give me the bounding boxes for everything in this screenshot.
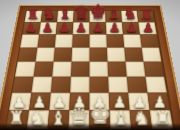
piece-red-pawn[interactable]: ♟ <box>90 21 107 34</box>
square-g5[interactable] <box>124 48 143 62</box>
piece-white-rook[interactable]: ♜ <box>152 110 173 129</box>
square-a6[interactable] <box>20 35 39 48</box>
piece-red-pawn[interactable]: ♟ <box>140 21 157 34</box>
square-d5[interactable] <box>72 48 90 62</box>
square-h5[interactable] <box>142 48 162 62</box>
square-g6[interactable] <box>123 35 141 48</box>
piece-red-pawn[interactable]: ♟ <box>22 21 39 34</box>
square-d6[interactable] <box>72 35 89 48</box>
square-h7[interactable]: ♟ <box>138 23 156 35</box>
piece-white-king[interactable]: ♚ <box>89 104 110 128</box>
square-c7[interactable]: ♟ <box>56 23 73 35</box>
square-f7[interactable]: ♟ <box>106 23 123 35</box>
square-b3[interactable] <box>31 77 52 93</box>
square-h6[interactable] <box>140 35 159 48</box>
square-c3[interactable] <box>51 77 71 93</box>
square-a7[interactable]: ♟ <box>22 23 40 35</box>
square-b1[interactable]: ♞ <box>27 111 50 130</box>
square-d7[interactable]: ♟ <box>73 23 90 35</box>
square-b4[interactable] <box>34 62 54 77</box>
piece-white-bishop[interactable]: ♝ <box>48 109 69 129</box>
square-e7[interactable]: ♟ <box>90 23 107 35</box>
piece-red-pawn[interactable]: ♟ <box>106 21 123 34</box>
square-a1[interactable]: ♜ <box>6 111 29 130</box>
square-b7[interactable]: ♟ <box>39 23 57 35</box>
square-f4[interactable] <box>107 62 126 77</box>
square-f6[interactable] <box>106 35 124 48</box>
square-c6[interactable] <box>55 35 73 48</box>
piece-white-knight[interactable]: ♞ <box>131 109 152 129</box>
chess-board: ♜♞♝♛♚♝♞♜♟♟♟♟♟♟♟♟♟♟♟♟♟♟♟♟♜♞♝♛♚♝♞♜ <box>4 10 175 130</box>
square-d1[interactable]: ♛ <box>68 111 89 130</box>
square-e5[interactable] <box>90 48 108 62</box>
square-e4[interactable] <box>89 62 108 77</box>
square-f5[interactable] <box>107 48 126 62</box>
square-g3[interactable] <box>127 77 148 93</box>
square-c4[interactable] <box>52 62 71 77</box>
square-a4[interactable] <box>15 62 36 77</box>
square-d4[interactable] <box>71 62 90 77</box>
square-c1[interactable]: ♝ <box>48 111 70 130</box>
square-f1[interactable]: ♝ <box>110 111 132 130</box>
piece-white-rook[interactable]: ♜ <box>6 110 27 129</box>
square-b6[interactable] <box>37 35 56 48</box>
square-b5[interactable] <box>36 48 55 62</box>
piece-red-pawn[interactable]: ♟ <box>56 21 73 34</box>
board-frame: ♜♞♝♛♚♝♞♜♟♟♟♟♟♟♟♟♟♟♟♟♟♟♟♟♜♞♝♛♚♝♞♜ <box>0 5 180 130</box>
square-g4[interactable] <box>125 62 145 77</box>
chess-app-viewport: ♜♞♝♛♚♝♞♜♟♟♟♟♟♟♟♟♟♟♟♟♟♟♟♟♜♞♝♛♚♝♞♜ <box>0 0 180 130</box>
square-h4[interactable] <box>143 62 164 77</box>
piece-red-pawn[interactable]: ♟ <box>73 21 90 34</box>
square-d3[interactable] <box>70 77 89 93</box>
square-e6[interactable] <box>90 35 107 48</box>
square-g7[interactable]: ♟ <box>122 23 140 35</box>
square-a3[interactable] <box>12 77 33 93</box>
square-a5[interactable] <box>18 48 38 62</box>
piece-red-pawn[interactable]: ♟ <box>39 21 56 34</box>
square-h3[interactable] <box>145 77 166 93</box>
board-scene: ♜♞♝♛♚♝♞♜♟♟♟♟♟♟♟♟♟♟♟♟♟♟♟♟♜♞♝♛♚♝♞♜ <box>0 0 180 130</box>
square-e1[interactable]: ♚ <box>89 111 110 130</box>
piece-white-queen[interactable]: ♛ <box>69 105 90 128</box>
square-h1[interactable]: ♜ <box>150 111 173 130</box>
square-e3[interactable] <box>89 77 108 93</box>
piece-red-pawn[interactable]: ♟ <box>123 21 140 34</box>
piece-white-bishop[interactable]: ♝ <box>110 109 131 129</box>
square-g1[interactable]: ♞ <box>130 111 153 130</box>
piece-white-knight[interactable]: ♞ <box>27 109 48 129</box>
square-c5[interactable] <box>54 48 73 62</box>
square-f3[interactable] <box>108 77 128 93</box>
